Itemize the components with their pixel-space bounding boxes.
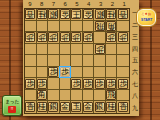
square-3i[interactable]: 銀 (94, 101, 106, 113)
piece-sente-5i: 玉 (71, 102, 81, 112)
square-6b[interactable] (60, 21, 72, 33)
square-7h[interactable] (48, 90, 60, 102)
piece-gote-2b: 角 (106, 21, 116, 31)
square-5h[interactable] (71, 90, 83, 102)
square-3b[interactable]: 飛 (94, 21, 106, 33)
square-5e[interactable] (71, 55, 83, 67)
square-7c[interactable]: 歩 (48, 32, 60, 44)
square-4g[interactable]: 歩 (83, 78, 95, 90)
square-3h[interactable] (94, 90, 106, 102)
piece-sente-8i: 桂 (37, 102, 47, 112)
square-3d[interactable]: 歩 (94, 44, 106, 56)
piece-sente-3i: 銀 (95, 102, 105, 112)
piece-sente-2i: 桂 (106, 102, 116, 112)
square-4e[interactable] (83, 55, 95, 67)
square-6i[interactable]: 金 (60, 101, 72, 113)
piece-gote-3a: 銀 (95, 9, 105, 19)
piece-sente-9g: 歩 (25, 79, 35, 89)
square-7a[interactable]: 銀 (48, 9, 60, 21)
file-label-2: 2 (106, 0, 118, 8)
file-label-6: 6 (59, 0, 71, 8)
square-4h[interactable] (83, 90, 95, 102)
square-5i[interactable]: 玉 (71, 101, 83, 113)
piece-gote-9c: 歩 (25, 32, 35, 42)
piece-sente-8h: 角 (37, 90, 47, 100)
start-button[interactable]: こまお START (137, 9, 156, 26)
square-7e[interactable] (48, 55, 60, 67)
piece-sente-6f: 歩 (60, 67, 70, 77)
start-button-title: こまお (141, 13, 151, 16)
square-2h[interactable]: 飛 (106, 90, 118, 102)
rank-label-c: 三 (131, 32, 139, 44)
square-1h[interactable] (117, 90, 129, 102)
piece-sente-4g: 歩 (83, 79, 93, 89)
rank-label-d: 四 (131, 43, 139, 55)
square-3a[interactable]: 銀 (94, 9, 106, 21)
square-1f[interactable] (117, 67, 129, 79)
square-8a[interactable]: 桂 (37, 9, 49, 21)
piece-gote-6a: 金 (60, 9, 70, 19)
rank-label-f: 六 (131, 67, 139, 79)
square-6h[interactable] (60, 90, 72, 102)
piece-gote-8a: 桂 (37, 9, 47, 19)
square-4c[interactable]: 歩 (83, 32, 95, 44)
piece-gote-1a: 香 (118, 9, 128, 19)
piece-gote-7a: 銀 (48, 9, 58, 19)
square-9c[interactable]: 歩 (25, 32, 37, 44)
square-4b[interactable] (83, 21, 95, 33)
square-4a[interactable]: 金 (83, 9, 95, 21)
square-9a[interactable]: 香 (25, 9, 37, 21)
square-4f[interactable] (83, 67, 95, 79)
undo-count-badge: !! (8, 106, 16, 113)
shogi-app: 987654321 一二三四五六七八九 香桂銀金王金銀桂香飛角歩歩歩歩歩歩歩歩歩… (0, 0, 160, 120)
piece-sente-2g: 歩 (106, 79, 116, 89)
square-7d[interactable] (48, 44, 60, 56)
undo-button-label: まった (5, 99, 18, 104)
square-6e[interactable] (60, 55, 72, 67)
piece-gote-6c: 歩 (60, 32, 70, 42)
piece-gote-3d: 歩 (95, 44, 105, 54)
piece-sente-1g: 歩 (118, 79, 128, 89)
square-8h[interactable]: 角 (37, 90, 49, 102)
file-label-5: 5 (71, 0, 83, 8)
piece-sente-1i: 香 (118, 102, 128, 112)
file-label-3: 3 (95, 0, 107, 8)
square-2a[interactable]: 桂 (106, 9, 118, 21)
square-2d[interactable] (106, 44, 118, 56)
square-7i[interactable]: 銀 (48, 101, 60, 113)
square-1g[interactable]: 歩 (117, 78, 129, 90)
file-label-1: 1 (118, 0, 130, 8)
square-8d[interactable] (37, 44, 49, 56)
square-8b[interactable] (37, 21, 49, 33)
piece-gote-3b: 飛 (95, 21, 105, 31)
square-1i[interactable]: 香 (117, 101, 129, 113)
square-2e[interactable] (106, 55, 118, 67)
square-6d[interactable] (60, 44, 72, 56)
square-6g[interactable] (60, 78, 72, 90)
piece-sente-2h: 飛 (106, 90, 116, 100)
piece-gote-4c: 歩 (83, 32, 93, 42)
piece-gote-2a: 桂 (106, 9, 116, 19)
piece-sente-7f: 歩 (48, 67, 58, 77)
file-labels: 987654321 (24, 0, 130, 8)
square-8g[interactable]: 歩 (37, 78, 49, 90)
square-2f[interactable] (106, 67, 118, 79)
square-1d[interactable] (117, 44, 129, 56)
piece-gote-8c: 歩 (37, 32, 47, 42)
square-6f[interactable]: 歩 (60, 67, 72, 79)
square-3e[interactable] (94, 55, 106, 67)
file-label-4: 4 (83, 0, 95, 8)
square-8c[interactable]: 歩 (37, 32, 49, 44)
square-2c[interactable]: 歩 (106, 32, 118, 44)
piece-gote-9a: 香 (25, 9, 35, 19)
square-2g[interactable]: 歩 (106, 78, 118, 90)
square-3c[interactable] (94, 32, 106, 44)
square-7b[interactable] (48, 21, 60, 33)
square-2b[interactable]: 角 (106, 21, 118, 33)
square-5g[interactable]: 歩 (71, 78, 83, 90)
start-button-label: START (141, 18, 152, 21)
square-8f[interactable] (37, 67, 49, 79)
square-7f[interactable]: 歩 (48, 67, 60, 79)
shogi-board: 987654321 一二三四五六七八九 香桂銀金王金銀桂香飛角歩歩歩歩歩歩歩歩歩… (23, 0, 139, 116)
undo-matta-button[interactable]: まった !! (2, 95, 22, 116)
square-2i[interactable]: 桂 (106, 101, 118, 113)
square-3f[interactable] (94, 67, 106, 79)
square-1c[interactable]: 歩 (117, 32, 129, 44)
rank-label-g: 七 (131, 79, 139, 91)
square-3g[interactable]: 歩 (94, 78, 106, 90)
square-8i[interactable]: 桂 (37, 101, 49, 113)
piece-sente-9i: 香 (25, 102, 35, 112)
piece-gote-4a: 金 (83, 9, 93, 19)
piece-sente-7i: 銀 (48, 102, 58, 112)
square-4d[interactable] (83, 44, 95, 56)
square-7g[interactable] (48, 78, 60, 90)
square-1a[interactable]: 香 (117, 9, 129, 21)
piece-gote-7c: 歩 (48, 32, 58, 42)
square-1e[interactable] (117, 55, 129, 67)
square-9h[interactable] (25, 90, 37, 102)
square-5a[interactable]: 王 (71, 9, 83, 21)
square-4i[interactable]: 金 (83, 101, 95, 113)
file-label-9: 9 (24, 0, 36, 8)
piece-sente-8g: 歩 (37, 79, 47, 89)
piece-gote-2c: 歩 (106, 32, 116, 42)
piece-gote-5a: 王 (71, 9, 81, 19)
square-9e[interactable] (25, 55, 37, 67)
square-6c[interactable]: 歩 (60, 32, 72, 44)
piece-sente-3g: 歩 (95, 79, 105, 89)
square-5b[interactable] (71, 21, 83, 33)
square-8e[interactable] (37, 55, 49, 67)
piece-gote-1c: 歩 (118, 32, 128, 42)
square-5d[interactable] (71, 44, 83, 56)
rank-label-i: 九 (131, 102, 139, 114)
piece-gote-5c: 歩 (71, 32, 81, 42)
piece-sente-5g: 歩 (71, 79, 81, 89)
rank-label-h: 八 (131, 90, 139, 102)
square-9d[interactable] (25, 44, 37, 56)
piece-sente-4i: 金 (83, 102, 93, 112)
square-9g[interactable]: 歩 (25, 78, 37, 90)
file-label-8: 8 (36, 0, 48, 8)
file-label-7: 7 (48, 0, 60, 8)
square-5f[interactable] (71, 67, 83, 79)
square-9i[interactable]: 香 (25, 101, 37, 113)
square-9b[interactable] (25, 21, 37, 33)
square-9f[interactable] (25, 67, 37, 79)
square-1b[interactable] (117, 21, 129, 33)
board-grid: 香桂銀金王金銀桂香飛角歩歩歩歩歩歩歩歩歩歩歩歩歩歩歩歩歩歩角飛香桂銀金玉金銀桂香 (24, 8, 130, 114)
square-6a[interactable]: 金 (60, 9, 72, 21)
rank-label-e: 五 (131, 55, 139, 67)
piece-sente-6i: 金 (60, 102, 70, 112)
square-5c[interactable]: 歩 (71, 32, 83, 44)
